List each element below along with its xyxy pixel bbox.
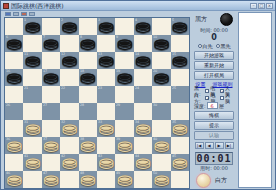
white-man[interactable]: ⛂: [79, 171, 97, 188]
checkbox-icon[interactable]: [220, 96, 224, 100]
nav-button-3[interactable]: ▶: [215, 142, 224, 149]
square[interactable]: 31⛂: [23, 120, 41, 137]
black-man[interactable]: ⛂: [171, 18, 189, 35]
square[interactable]: [171, 69, 189, 86]
square[interactable]: 50⛂: [152, 171, 170, 188]
radio-label: 黑先: [221, 43, 231, 49]
square-number: 23: [98, 86, 102, 89]
black-man[interactable]: ⛂: [42, 35, 60, 52]
square[interactable]: [134, 69, 152, 86]
square[interactable]: [23, 171, 41, 188]
square[interactable]: 20⛂: [152, 69, 170, 86]
nav-button-4[interactable]: ▶|: [225, 142, 234, 149]
white-man[interactable]: ⛂: [23, 154, 41, 171]
white-man[interactable]: ⛂: [60, 154, 78, 171]
square[interactable]: 23: [97, 86, 115, 103]
square-number: 28: [80, 103, 84, 106]
black-piece-indicator: [220, 13, 233, 26]
app-window: 国际跳棋(西洋跳棋) ‒ □ × 1⛂2⛂3⛂4⛂5⛂6⛂7⛂8⛂9⛂10⛂11…: [0, 0, 276, 190]
square[interactable]: 28: [79, 103, 97, 120]
square[interactable]: 1⛂: [23, 18, 41, 35]
action-button-2[interactable]: 提示: [194, 121, 234, 130]
control-panel: 黑方 时间: 00:00 0 白先黑先 开始游戏重新开始打开棋局 设置游戏规则 …: [192, 12, 236, 189]
square[interactable]: 15⛂: [171, 52, 189, 69]
white-man[interactable]: ⛂: [152, 171, 170, 188]
square[interactable]: 13⛂: [97, 52, 115, 69]
window-title: 国际跳棋(西洋跳棋): [11, 3, 250, 9]
square[interactable]: 32⛂: [60, 120, 78, 137]
main-buttons: 开始游戏重新开始打开棋局: [192, 50, 236, 80]
square[interactable]: 40⛂: [152, 137, 170, 154]
black-man[interactable]: ⛂: [97, 18, 115, 35]
square[interactable]: 5⛂: [171, 18, 189, 35]
square[interactable]: 25: [171, 86, 189, 103]
square[interactable]: 44⛂: [134, 154, 152, 171]
depth-unit: 层: [219, 103, 224, 109]
nav-buttons: |◀◀▶▶|: [192, 141, 236, 150]
black-man[interactable]: ⛂: [171, 52, 189, 69]
move-count: 0: [192, 33, 236, 42]
square[interactable]: 2⛂: [60, 18, 78, 35]
square[interactable]: 48⛂: [79, 171, 97, 188]
white-man[interactable]: ⛂: [115, 171, 133, 188]
nav-button-2[interactable]: ◀: [205, 142, 214, 149]
main-button-2[interactable]: 重新开始: [194, 61, 234, 70]
checkbox-icon[interactable]: ✓: [205, 96, 209, 100]
white-man[interactable]: ⛂: [97, 154, 115, 171]
square-number: 25: [172, 86, 176, 89]
square[interactable]: 22: [60, 86, 78, 103]
square[interactable]: [60, 171, 78, 188]
square-number: 27: [43, 103, 47, 106]
square[interactable]: 37⛂: [42, 137, 60, 154]
radio-label: 白先: [203, 43, 213, 49]
white-man[interactable]: ⛂: [134, 120, 152, 137]
square[interactable]: [134, 171, 152, 188]
square[interactable]: 26: [5, 103, 23, 120]
black-man[interactable]: ⛂: [152, 35, 170, 52]
square[interactable]: [60, 69, 78, 86]
black-man[interactable]: ⛂: [60, 18, 78, 35]
square[interactable]: 45⛂: [171, 154, 189, 171]
side-row-2: 白方:✓电脑人脑: [192, 95, 236, 102]
white-man[interactable]: ⛂: [97, 120, 115, 137]
square[interactable]: 46⛂: [5, 171, 23, 188]
square[interactable]: 35⛂: [171, 120, 189, 137]
toolbar-button-1[interactable]: [5, 12, 11, 16]
square[interactable]: 38⛂: [79, 137, 97, 154]
nav-button-1[interactable]: |◀: [195, 142, 204, 149]
square-number: 21: [24, 86, 28, 89]
square[interactable]: 21: [23, 86, 41, 103]
depth-input[interactable]: [207, 102, 218, 109]
square[interactable]: 39⛂: [115, 137, 133, 154]
black-man[interactable]: ⛂: [115, 35, 133, 52]
square[interactable]: 17⛂: [42, 69, 60, 86]
square[interactable]: 49⛂: [115, 171, 133, 188]
black-man[interactable]: ⛂: [5, 69, 23, 86]
action-button-3[interactable]: 认输: [194, 131, 234, 140]
main-button-1[interactable]: 开始游戏: [194, 51, 234, 60]
square[interactable]: 47⛂: [42, 171, 60, 188]
black-man[interactable]: ⛂: [79, 69, 97, 86]
square[interactable]: 16⛂: [5, 69, 23, 86]
black-man[interactable]: ⛂: [42, 69, 60, 86]
black-man[interactable]: ⛂: [5, 35, 23, 52]
board: 1⛂2⛂3⛂4⛂5⛂6⛂7⛂8⛂9⛂10⛂11⛂12⛂13⛂14⛂15⛂16⛂1…: [4, 17, 190, 189]
square[interactable]: 12⛂: [60, 52, 78, 69]
square[interactable]: [97, 171, 115, 188]
first-move-option-1[interactable]: 白先: [198, 43, 213, 49]
black-man[interactable]: ⛂: [152, 69, 170, 86]
square[interactable]: 43⛂: [97, 154, 115, 171]
square[interactable]: 30: [152, 103, 170, 120]
action-buttons: 悔棋提示认输: [192, 110, 236, 140]
square[interactable]: 33⛂: [97, 120, 115, 137]
white-piece-indicator: [196, 173, 211, 188]
square[interactable]: 7⛂: [42, 35, 60, 52]
close-button[interactable]: ×: [266, 3, 273, 9]
square[interactable]: 42⛂: [60, 154, 78, 171]
square[interactable]: 14⛂: [134, 52, 152, 69]
maximize-button[interactable]: □: [258, 3, 265, 9]
side-option-rows: 黑方:电脑✓人脑白方:✓电脑人脑: [192, 88, 236, 102]
white-man[interactable]: ⛂: [42, 171, 60, 188]
toolbar-button-2[interactable]: [13, 12, 19, 16]
title-bar: 国际跳棋(西洋跳棋) ‒ □ ×: [1, 1, 275, 11]
white-man[interactable]: ⛂: [5, 137, 23, 154]
white-side-label: 白方: [215, 176, 227, 185]
square[interactable]: 29: [115, 103, 133, 120]
square[interactable]: [42, 86, 60, 103]
radio-icon: [198, 44, 202, 48]
square[interactable]: 11⛂: [23, 52, 41, 69]
black-man[interactable]: ⛂: [97, 52, 115, 69]
square[interactable]: 3⛂: [97, 18, 115, 35]
white-man[interactable]: ⛂: [115, 137, 133, 154]
minimize-button[interactable]: ‒: [250, 3, 257, 9]
black-side-label: 黑方: [195, 15, 207, 24]
black-man[interactable]: ⛂: [23, 18, 41, 35]
square-number: 26: [6, 103, 10, 106]
square-number: 24: [135, 86, 139, 89]
white-man[interactable]: ⛂: [5, 171, 23, 188]
black-man[interactable]: ⛂: [134, 52, 152, 69]
move-list[interactable]: [238, 12, 272, 188]
checkbox-icon[interactable]: ✓: [220, 89, 224, 93]
app-icon: [3, 3, 9, 9]
square[interactable]: [23, 69, 41, 86]
white-man[interactable]: ⛂: [171, 120, 189, 137]
square[interactable]: 8⛂: [79, 35, 97, 52]
game-timer: 00:01: [195, 152, 233, 165]
black-man[interactable]: ⛂: [79, 35, 97, 52]
square-number: 30: [153, 103, 157, 106]
square[interactable]: 27: [42, 103, 60, 120]
white-man[interactable]: ⛂: [79, 137, 97, 154]
checkbox-icon[interactable]: [205, 89, 209, 93]
square[interactable]: 18⛂: [79, 69, 97, 86]
square[interactable]: 36⛂: [5, 137, 23, 154]
white-man[interactable]: ⛂: [171, 154, 189, 171]
square[interactable]: 19⛂: [115, 69, 133, 86]
square[interactable]: [5, 86, 23, 103]
white-man[interactable]: ⛂: [23, 120, 41, 137]
first-move-option-2[interactable]: 黑先: [216, 43, 231, 49]
square[interactable]: 4⛂: [134, 18, 152, 35]
square[interactable]: 34⛂: [134, 120, 152, 137]
square[interactable]: [152, 86, 170, 103]
black-man[interactable]: ⛂: [60, 52, 78, 69]
action-button-1[interactable]: 悔棋: [194, 111, 234, 120]
square[interactable]: 24: [134, 86, 152, 103]
square[interactable]: [171, 171, 189, 188]
square[interactable]: 10⛂: [152, 35, 170, 52]
square-number: 22: [61, 86, 65, 89]
square[interactable]: 41⛂: [23, 154, 41, 171]
main-button-3[interactable]: 打开棋局: [194, 71, 234, 80]
square[interactable]: [97, 69, 115, 86]
white-man[interactable]: ⛂: [42, 137, 60, 154]
square-number: 29: [116, 103, 120, 106]
square[interactable]: 9⛂: [115, 35, 133, 52]
black-man[interactable]: ⛂: [115, 69, 133, 86]
first-move-radios: 白先黑先: [192, 42, 236, 50]
depth-label: 深度:: [194, 103, 206, 109]
white-man[interactable]: ⛂: [60, 120, 78, 137]
square[interactable]: [79, 86, 97, 103]
black-man[interactable]: ⛂: [134, 18, 152, 35]
white-man[interactable]: ⛂: [134, 154, 152, 171]
white-man[interactable]: ⛂: [152, 137, 170, 154]
square[interactable]: [115, 86, 133, 103]
radio-icon: [216, 44, 220, 48]
square[interactable]: 6⛂: [5, 35, 23, 52]
black-man[interactable]: ⛂: [23, 52, 41, 69]
